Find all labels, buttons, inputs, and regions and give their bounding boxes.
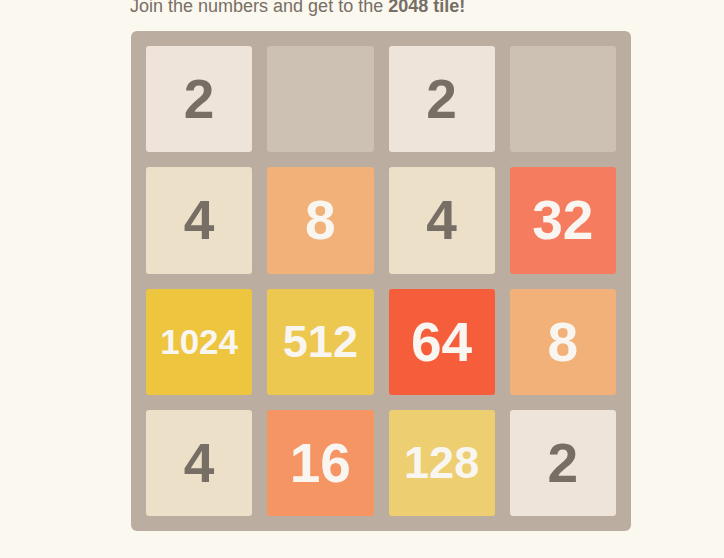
tile-8: 8	[267, 167, 373, 273]
intro-text: Join the numbers and get to the 2048 til…	[130, 0, 465, 17]
tile-1024: 1024	[146, 289, 252, 395]
page: { "game": "2048", "position": "2,0,2,0/4…	[0, 0, 724, 558]
tile-64: 64	[389, 289, 495, 395]
tile-512: 512	[267, 289, 373, 395]
empty-cell	[267, 46, 373, 152]
tile-2: 2	[146, 46, 252, 152]
tile-2: 2	[389, 46, 495, 152]
empty-cell	[510, 46, 616, 152]
tile-32: 32	[510, 167, 616, 273]
tile-16: 16	[267, 410, 373, 516]
tile-8: 8	[510, 289, 616, 395]
tile-4: 4	[146, 167, 252, 273]
intro-text-regular: Join the numbers and get to the	[130, 0, 388, 16]
tile-128: 128	[389, 410, 495, 516]
tile-4: 4	[146, 410, 252, 516]
tile-4: 4	[389, 167, 495, 273]
tile-2: 2	[510, 410, 616, 516]
board-grid: 224843210245126484161282	[131, 31, 631, 531]
intro-text-bold: 2048 tile!	[388, 0, 465, 16]
